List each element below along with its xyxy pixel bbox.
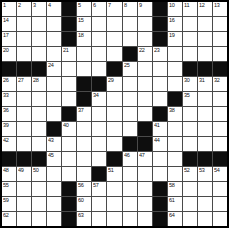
cell-r4c4[interactable] xyxy=(47,47,61,61)
cell-r3c2[interactable] xyxy=(17,32,31,46)
cell-r12c12[interactable] xyxy=(168,167,182,181)
cell-r9c5[interactable]: 40 xyxy=(62,122,76,136)
cell-r5c4[interactable]: 24 xyxy=(47,62,61,76)
clue-number: 26 xyxy=(3,77,9,83)
cell-r12c11[interactable] xyxy=(153,167,167,181)
clue-number: 17 xyxy=(3,32,9,38)
cell-r2c7[interactable] xyxy=(92,17,106,31)
cell-r7c1[interactable]: 33 xyxy=(2,92,16,106)
cell-r3c8[interactable] xyxy=(107,32,121,46)
cell-r14c13[interactable] xyxy=(183,197,197,211)
cell-r14c12[interactable]: 61 xyxy=(168,197,182,211)
cell-r6c2[interactable]: 27 xyxy=(17,77,31,91)
cell-r5c9[interactable]: 25 xyxy=(123,62,137,76)
cell-r11c6[interactable] xyxy=(77,152,91,166)
cell-r4c7[interactable] xyxy=(92,47,106,61)
black-cell-r8c5 xyxy=(62,107,76,121)
cell-r8c13[interactable] xyxy=(183,107,197,121)
cell-r15c10[interactable] xyxy=(138,212,152,226)
cell-r15c9[interactable] xyxy=(123,212,137,226)
clue-number: 25 xyxy=(124,62,130,68)
cell-r13c10[interactable] xyxy=(138,182,152,196)
crossword-board: 1234567891011121314151617181920212223242… xyxy=(0,0,229,228)
cell-r11c9[interactable]: 46 xyxy=(123,152,137,166)
cell-r6c13[interactable]: 30 xyxy=(183,77,197,91)
clue-number: 39 xyxy=(3,122,9,128)
cell-r5c5[interactable] xyxy=(62,62,76,76)
black-cell-r15c5 xyxy=(62,212,76,226)
clue-number: 57 xyxy=(93,182,99,188)
clue-number: 49 xyxy=(18,167,24,173)
cell-r10c8[interactable] xyxy=(107,137,121,151)
cell-r7c13[interactable]: 35 xyxy=(183,92,197,106)
clue-number: 1 xyxy=(3,2,6,8)
cell-r13c4[interactable] xyxy=(47,182,61,196)
black-cell-r11c2 xyxy=(17,152,31,166)
cell-r2c12[interactable]: 16 xyxy=(168,17,182,31)
cell-r13c3[interactable] xyxy=(32,182,46,196)
cell-r12c10[interactable] xyxy=(138,167,152,181)
cell-r11c10[interactable]: 47 xyxy=(138,152,152,166)
clue-number: 51 xyxy=(108,167,114,173)
cell-r12c1[interactable]: 48 xyxy=(2,167,16,181)
cell-r1c6[interactable]: 5 xyxy=(77,2,91,16)
cell-r12c15[interactable]: 54 xyxy=(213,167,227,181)
clue-number: 7 xyxy=(108,2,111,8)
cell-r6c9[interactable] xyxy=(123,77,137,91)
cell-r12c14[interactable]: 53 xyxy=(198,167,212,181)
black-cell-r10c9 xyxy=(123,137,137,151)
cell-r4c6[interactable] xyxy=(77,47,91,61)
cell-r3c4[interactable] xyxy=(47,32,61,46)
cell-r15c4[interactable] xyxy=(47,212,61,226)
cell-r2c6[interactable]: 15 xyxy=(77,17,91,31)
clue-number: 14 xyxy=(3,17,9,23)
cell-r15c3[interactable] xyxy=(32,212,46,226)
cell-r6c10[interactable] xyxy=(138,77,152,91)
cell-r13c13[interactable] xyxy=(183,182,197,196)
cell-r3c6[interactable]: 18 xyxy=(77,32,91,46)
clue-number: 30 xyxy=(184,77,190,83)
cell-r8c3[interactable] xyxy=(32,107,46,121)
crossword-grid: 1234567891011121314151617181920212223242… xyxy=(0,0,229,228)
cell-r7c14[interactable] xyxy=(198,92,212,106)
cell-r7c4[interactable] xyxy=(47,92,61,106)
cell-r10c6[interactable] xyxy=(77,137,91,151)
cell-r14c8[interactable] xyxy=(107,197,121,211)
black-cell-r10c10 xyxy=(138,137,152,151)
cell-r4c14[interactable] xyxy=(198,47,212,61)
black-cell-r5c1 xyxy=(2,62,16,76)
clue-number: 41 xyxy=(154,122,160,128)
cell-r6c12[interactable] xyxy=(168,77,182,91)
cell-r10c7[interactable] xyxy=(92,137,106,151)
cell-r13c15[interactable] xyxy=(213,182,227,196)
black-cell-r11c3 xyxy=(32,152,46,166)
cell-r1c10[interactable]: 9 xyxy=(138,2,152,16)
cell-r4c8[interactable] xyxy=(107,47,121,61)
cell-r10c14[interactable] xyxy=(198,137,212,151)
cell-r2c1[interactable]: 14 xyxy=(2,17,16,31)
cell-r1c12[interactable]: 10 xyxy=(168,2,182,16)
cell-r12c13[interactable]: 52 xyxy=(183,167,197,181)
clue-number: 35 xyxy=(184,92,190,98)
cell-r8c12[interactable]: 38 xyxy=(168,107,182,121)
black-cell-r7c6 xyxy=(77,92,91,106)
cell-r14c6[interactable]: 60 xyxy=(77,197,91,211)
black-cell-r14c5 xyxy=(62,197,76,211)
cell-r4c12[interactable] xyxy=(168,47,182,61)
cell-r1c4[interactable]: 4 xyxy=(47,2,61,16)
clue-number: 6 xyxy=(93,2,96,8)
cell-r13c2[interactable] xyxy=(17,182,31,196)
black-cell-r6c7 xyxy=(92,77,106,91)
black-cell-r5c14 xyxy=(198,62,212,76)
cell-r13c1[interactable]: 55 xyxy=(2,182,16,196)
black-cell-r3c11 xyxy=(153,32,167,46)
cell-r6c15[interactable]: 32 xyxy=(213,77,227,91)
clue-number: 19 xyxy=(169,32,175,38)
black-cell-r13c11 xyxy=(153,182,167,196)
black-cell-r15c11 xyxy=(153,212,167,226)
cell-r10c11[interactable]: 44 xyxy=(153,137,167,151)
cell-r9c14[interactable] xyxy=(198,122,212,136)
cell-r6c5[interactable] xyxy=(62,77,76,91)
cell-r6c4[interactable] xyxy=(47,77,61,91)
cell-r2c4[interactable] xyxy=(47,17,61,31)
cell-r15c12[interactable]: 64 xyxy=(168,212,182,226)
cell-r10c15[interactable] xyxy=(213,137,227,151)
cell-r15c14[interactable] xyxy=(198,212,212,226)
black-cell-r13c5 xyxy=(62,182,76,196)
cell-r9c12[interactable] xyxy=(168,122,182,136)
cell-r2c2[interactable] xyxy=(17,17,31,31)
clue-number: 5 xyxy=(78,2,81,8)
clue-number: 22 xyxy=(139,47,145,53)
cell-r15c8[interactable] xyxy=(107,212,121,226)
clue-number: 60 xyxy=(78,197,84,203)
cell-r9c11[interactable]: 41 xyxy=(153,122,167,136)
cell-r7c10[interactable] xyxy=(138,92,152,106)
black-cell-r2c5 xyxy=(62,17,76,31)
cell-r9c2[interactable] xyxy=(17,122,31,136)
cell-r6c1[interactable]: 26 xyxy=(2,77,16,91)
cell-r7c7[interactable]: 34 xyxy=(92,92,106,106)
clue-number: 36 xyxy=(3,107,9,113)
black-cell-r12c7 xyxy=(92,167,106,181)
clue-number: 58 xyxy=(169,182,175,188)
cell-r10c13[interactable] xyxy=(183,137,197,151)
cell-r15c7[interactable] xyxy=(92,212,106,226)
cell-r15c15[interactable] xyxy=(213,212,227,226)
clue-number: 45 xyxy=(48,152,54,158)
black-cell-r4c9 xyxy=(123,47,137,61)
clue-number: 50 xyxy=(33,167,39,173)
cell-r8c1[interactable]: 36 xyxy=(2,107,16,121)
cell-r9c1[interactable]: 39 xyxy=(2,122,16,136)
cell-r10c5[interactable] xyxy=(62,137,76,151)
cell-r8c4[interactable] xyxy=(47,107,61,121)
cell-r1c15[interactable]: 13 xyxy=(213,2,227,16)
black-cell-r1c11 xyxy=(153,2,167,16)
black-cell-r1c5 xyxy=(62,2,76,16)
clue-number: 16 xyxy=(169,17,175,23)
clue-number: 63 xyxy=(78,212,84,218)
cell-r12c5[interactable] xyxy=(62,167,76,181)
cell-r7c9[interactable] xyxy=(123,92,137,106)
cell-r14c7[interactable] xyxy=(92,197,106,211)
cell-r8c15[interactable] xyxy=(213,107,227,121)
clue-number: 64 xyxy=(169,212,175,218)
cell-r9c15[interactable] xyxy=(213,122,227,136)
black-cell-r5c8 xyxy=(107,62,121,76)
cell-r7c2[interactable] xyxy=(17,92,31,106)
cell-r14c9[interactable] xyxy=(123,197,137,211)
clue-number: 24 xyxy=(48,62,54,68)
cell-r6c8[interactable]: 29 xyxy=(107,77,121,91)
cell-r4c11[interactable]: 23 xyxy=(153,47,167,61)
clue-number: 55 xyxy=(3,182,9,188)
cell-r15c13[interactable] xyxy=(183,212,197,226)
cell-r10c3[interactable] xyxy=(32,137,46,151)
clue-number: 21 xyxy=(63,47,69,53)
cell-r1c13[interactable]: 11 xyxy=(183,2,197,16)
cell-r8c8[interactable] xyxy=(107,107,121,121)
black-cell-r7c12 xyxy=(168,92,182,106)
black-cell-r6c6 xyxy=(77,77,91,91)
clue-number: 18 xyxy=(78,32,84,38)
cell-r12c8[interactable]: 51 xyxy=(107,167,121,181)
cell-r13c9[interactable] xyxy=(123,182,137,196)
cell-r1c14[interactable]: 12 xyxy=(198,2,212,16)
cell-r13c12[interactable]: 58 xyxy=(168,182,182,196)
cell-r1c1[interactable]: 1 xyxy=(2,2,16,16)
cell-r4c10[interactable]: 22 xyxy=(138,47,152,61)
black-cell-r14c11 xyxy=(153,197,167,211)
cell-r13c7[interactable]: 57 xyxy=(92,182,106,196)
cell-r9c8[interactable] xyxy=(107,122,121,136)
cell-r14c10[interactable] xyxy=(138,197,152,211)
cell-r10c12[interactable] xyxy=(168,137,182,151)
clue-number: 15 xyxy=(78,17,84,23)
cell-r9c7[interactable] xyxy=(92,122,106,136)
cell-r12c4[interactable] xyxy=(47,167,61,181)
black-cell-r8c11 xyxy=(153,107,167,121)
cell-r14c4[interactable] xyxy=(47,197,61,211)
cell-r11c12[interactable] xyxy=(168,152,182,166)
black-cell-r9c10 xyxy=(138,122,152,136)
cell-r11c7[interactable] xyxy=(92,152,106,166)
cell-r9c13[interactable] xyxy=(183,122,197,136)
black-cell-r11c1 xyxy=(2,152,16,166)
cell-r2c13[interactable] xyxy=(183,17,197,31)
black-cell-r11c8 xyxy=(107,152,121,166)
clue-number: 20 xyxy=(3,47,9,53)
cell-r2c15[interactable] xyxy=(213,17,227,31)
cell-r1c3[interactable]: 3 xyxy=(32,2,46,16)
cell-r8c6[interactable]: 37 xyxy=(77,107,91,121)
clue-number: 23 xyxy=(154,47,160,53)
cell-r5c11[interactable] xyxy=(153,62,167,76)
cell-r5c6[interactable] xyxy=(77,62,91,76)
clue-number: 27 xyxy=(18,77,24,83)
clue-number: 43 xyxy=(48,137,54,143)
cell-r1c2[interactable]: 2 xyxy=(17,2,31,16)
cell-r4c15[interactable] xyxy=(213,47,227,61)
cell-r12c9[interactable] xyxy=(123,167,137,181)
cell-r9c6[interactable] xyxy=(77,122,91,136)
cell-r3c7[interactable] xyxy=(92,32,106,46)
cell-r11c11[interactable] xyxy=(153,152,167,166)
cell-r5c12[interactable] xyxy=(168,62,182,76)
cell-r13c14[interactable] xyxy=(198,182,212,196)
cell-r8c9[interactable] xyxy=(123,107,137,121)
black-cell-r3c5 xyxy=(62,32,76,46)
cell-r7c5[interactable] xyxy=(62,92,76,106)
cell-r3c1[interactable]: 17 xyxy=(2,32,16,46)
clue-number: 37 xyxy=(78,107,84,113)
cell-r11c5[interactable] xyxy=(62,152,76,166)
clue-number: 56 xyxy=(78,182,84,188)
black-cell-r5c3 xyxy=(32,62,46,76)
cell-r2c14[interactable] xyxy=(198,17,212,31)
black-cell-r5c2 xyxy=(17,62,31,76)
cell-r15c2[interactable] xyxy=(17,212,31,226)
clue-number: 59 xyxy=(3,197,9,203)
clue-number: 40 xyxy=(63,122,69,128)
cell-r4c13[interactable] xyxy=(183,47,197,61)
clue-number: 61 xyxy=(169,197,175,203)
cell-r12c3[interactable]: 50 xyxy=(32,167,46,181)
cell-r2c8[interactable] xyxy=(107,17,121,31)
clue-number: 12 xyxy=(199,2,205,8)
black-cell-r11c13 xyxy=(183,152,197,166)
clue-number: 48 xyxy=(3,167,9,173)
cell-r3c14[interactable] xyxy=(198,32,212,46)
clue-number: 8 xyxy=(124,2,127,8)
clue-number: 13 xyxy=(214,2,220,8)
cell-r12c2[interactable]: 49 xyxy=(17,167,31,181)
cell-r9c9[interactable] xyxy=(123,122,137,136)
cell-r3c12[interactable]: 19 xyxy=(168,32,182,46)
cell-r8c14[interactable] xyxy=(198,107,212,121)
cell-r6c14[interactable]: 31 xyxy=(198,77,212,91)
cell-r6c11[interactable] xyxy=(153,77,167,91)
clue-number: 46 xyxy=(124,152,130,158)
clue-number: 4 xyxy=(48,2,51,8)
clue-number: 9 xyxy=(139,2,142,8)
cell-r3c15[interactable] xyxy=(213,32,227,46)
cell-r13c6[interactable]: 56 xyxy=(77,182,91,196)
cell-r7c3[interactable] xyxy=(32,92,46,106)
clue-number: 28 xyxy=(33,77,39,83)
cell-r10c4[interactable]: 43 xyxy=(47,137,61,151)
cell-r3c13[interactable] xyxy=(183,32,197,46)
clue-number: 11 xyxy=(184,2,189,8)
cell-r9c3[interactable] xyxy=(32,122,46,136)
cell-r7c8[interactable] xyxy=(107,92,121,106)
cell-r4c5[interactable]: 21 xyxy=(62,47,76,61)
cell-r15c1[interactable]: 62 xyxy=(2,212,16,226)
clue-number: 42 xyxy=(3,137,9,143)
cell-r10c1[interactable]: 42 xyxy=(2,137,16,151)
clue-number: 38 xyxy=(169,107,175,113)
clue-number: 33 xyxy=(3,92,9,98)
cell-r14c1[interactable]: 59 xyxy=(2,197,16,211)
clue-number: 3 xyxy=(33,2,36,8)
cell-r14c14[interactable] xyxy=(198,197,212,211)
clue-number: 52 xyxy=(184,167,190,173)
clue-number: 54 xyxy=(214,167,220,173)
cell-r8c2[interactable] xyxy=(17,107,31,121)
clue-number: 53 xyxy=(199,167,205,173)
clue-number: 32 xyxy=(214,77,220,83)
cell-r4c2[interactable] xyxy=(17,47,31,61)
cell-r14c3[interactable] xyxy=(32,197,46,211)
clue-number: 34 xyxy=(93,92,99,98)
cell-r1c8[interactable]: 7 xyxy=(107,2,121,16)
clue-number: 44 xyxy=(154,137,160,143)
cell-r7c11[interactable] xyxy=(153,92,167,106)
clue-number: 62 xyxy=(3,212,9,218)
cell-r7c15[interactable] xyxy=(213,92,227,106)
cell-r11c4[interactable]: 45 xyxy=(47,152,61,166)
cell-r2c9[interactable] xyxy=(123,17,137,31)
cell-r5c10[interactable] xyxy=(138,62,152,76)
cell-r13c8[interactable] xyxy=(107,182,121,196)
cell-r1c7[interactable]: 6 xyxy=(92,2,106,16)
black-cell-r5c15 xyxy=(213,62,227,76)
cell-r3c3[interactable] xyxy=(32,32,46,46)
clue-number: 10 xyxy=(169,2,175,8)
cell-r4c3[interactable] xyxy=(32,47,46,61)
cell-r5c7[interactable] xyxy=(92,62,106,76)
cell-r12c6[interactable] xyxy=(77,167,91,181)
black-cell-r9c4 xyxy=(47,122,61,136)
cell-r14c15[interactable] xyxy=(213,197,227,211)
cell-r15c6[interactable]: 63 xyxy=(77,212,91,226)
clue-number: 2 xyxy=(18,2,21,8)
cell-r14c2[interactable] xyxy=(17,197,31,211)
clue-number: 47 xyxy=(139,152,145,158)
cell-r2c10[interactable] xyxy=(138,17,152,31)
cell-r3c9[interactable] xyxy=(123,32,137,46)
cell-r1c9[interactable]: 8 xyxy=(123,2,137,16)
cell-r10c2[interactable] xyxy=(17,137,31,151)
cell-r3c10[interactable] xyxy=(138,32,152,46)
cell-r8c10[interactable] xyxy=(138,107,152,121)
cell-r4c1[interactable]: 20 xyxy=(2,47,16,61)
black-cell-r11c14 xyxy=(198,152,212,166)
cell-r8c7[interactable] xyxy=(92,107,106,121)
cell-r2c3[interactable] xyxy=(32,17,46,31)
black-cell-r11c15 xyxy=(213,152,227,166)
clue-number: 31 xyxy=(199,77,205,83)
cell-r6c3[interactable]: 28 xyxy=(32,77,46,91)
clue-number: 29 xyxy=(108,77,114,83)
black-cell-r5c13 xyxy=(183,62,197,76)
black-cell-r2c11 xyxy=(153,17,167,31)
